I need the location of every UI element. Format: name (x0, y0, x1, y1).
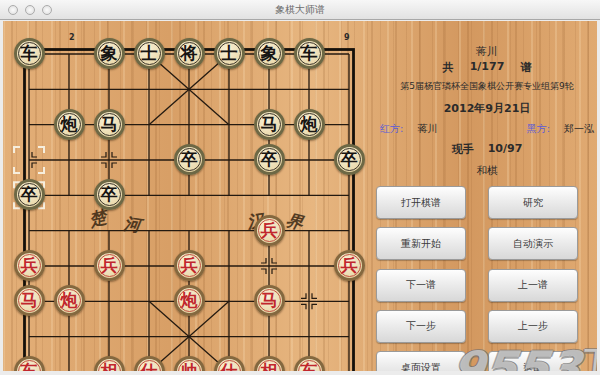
move-counter: 现手 10/97 (376, 142, 597, 157)
piece-black-cannon[interactable]: 炮 (294, 109, 325, 140)
prev-move-button[interactable]: 上一步 (488, 310, 578, 343)
red-player-label: 红方: (380, 122, 403, 136)
event-name: 第5届杨官璘杯全国象棋公开赛专业组第9轮 (376, 80, 597, 93)
piece-black-advisor[interactable]: 士 (214, 38, 245, 69)
restart-button[interactable]: 重新开始 (376, 227, 466, 260)
piece-red-chariot[interactable]: 车 (294, 356, 325, 371)
research-button[interactable]: 研究 (488, 186, 578, 219)
game-result: 和棋 (376, 164, 597, 178)
event-date: 2012年9月21日 (376, 101, 597, 116)
watermark-text: 下载 (579, 347, 597, 371)
next-move-button[interactable]: 下一步 (376, 310, 466, 343)
piece-red-advisor[interactable]: 仕 (214, 356, 245, 371)
piece-black-king[interactable]: 将 (174, 38, 205, 69)
auto-play-button[interactable]: 自动演示 (488, 227, 578, 260)
prev-game-button[interactable]: 上一谱 (488, 269, 578, 302)
next-game-button[interactable]: 下一谱 (376, 269, 466, 302)
piece-black-pawn[interactable]: 卒 (334, 144, 365, 175)
move-value: 10/97 (488, 142, 523, 157)
piece-black-horse[interactable]: 马 (94, 109, 125, 140)
title-bar: 象棋大师谱 (0, 0, 600, 20)
piece-red-horse[interactable]: 马 (14, 285, 45, 316)
piece-red-pawn[interactable]: 兵 (14, 250, 45, 281)
piece-black-elephant[interactable]: 象 (94, 38, 125, 69)
close-button[interactable] (8, 5, 18, 15)
window-title: 象棋大师谱 (0, 3, 600, 17)
minimize-button[interactable] (25, 5, 35, 15)
zoom-button[interactable] (42, 5, 52, 15)
piece-black-horse[interactable]: 马 (254, 109, 285, 140)
desktop-settings-button[interactable]: 桌面设置 (376, 351, 466, 371)
open-game-button[interactable]: 打开棋谱 (376, 186, 466, 219)
piece-red-pawn[interactable]: 兵 (334, 250, 365, 281)
piece-red-cannon[interactable]: 炮 (54, 285, 85, 316)
piece-black-pawn[interactable]: 卒 (254, 144, 285, 175)
players-row: 红方: 蒋川 黑方: 郑一泓 (376, 122, 597, 136)
count-value: 1/177 (470, 60, 505, 75)
piece-black-chariot[interactable]: 车 (14, 38, 45, 69)
move-label: 现手 (452, 142, 474, 157)
piece-red-horse[interactable]: 马 (254, 285, 285, 316)
piece-black-pawn[interactable]: 卒 (174, 144, 205, 175)
exit-button[interactable]: 退出 (488, 351, 578, 371)
piece-red-pawn[interactable]: 兵 (174, 250, 205, 281)
piece-red-elephant[interactable]: 相 (94, 356, 125, 371)
button-panel: 打开棋谱 研究 重新开始 自动演示 下一谱 上一谱 下一步 上一步 桌面设置 退… (376, 186, 578, 371)
piece-black-advisor[interactable]: 士 (134, 38, 165, 69)
piece-red-chariot[interactable]: 车 (14, 356, 45, 371)
piece-red-king[interactable]: 帅 (174, 356, 205, 371)
count-prefix: 共 (443, 60, 454, 75)
window-content: 楚河汉界 2 9 八 车象士将士象车炮马马炮卒卒卒卒卒兵兵兵兵兵马炮炮马车相仕帅… (0, 20, 600, 375)
game-title: 蒋川 (376, 44, 597, 59)
piece-red-pawn[interactable]: 兵 (254, 215, 285, 246)
piece-red-pawn[interactable]: 兵 (94, 250, 125, 281)
red-player-name: 蒋川 (417, 122, 437, 136)
piece-black-cannon[interactable]: 炮 (54, 109, 85, 140)
black-player-name: 郑一泓 (564, 122, 594, 136)
piece-black-elephant[interactable]: 象 (254, 38, 285, 69)
piece-black-pawn[interactable]: 卒 (14, 179, 45, 210)
piece-black-pawn[interactable]: 卒 (94, 179, 125, 210)
piece-red-elephant[interactable]: 相 (254, 356, 285, 371)
piece-red-cannon[interactable]: 炮 (174, 285, 205, 316)
piece-red-advisor[interactable]: 仕 (134, 356, 165, 371)
piece-layer: 车象士将士象车炮马马炮卒卒卒卒卒兵兵兵兵兵马炮炮马车相仕帅仕相车 (9, 36, 369, 371)
black-player-label: 黑方: (527, 122, 550, 136)
count-suffix: 谱 (520, 60, 531, 75)
wood-background: 楚河汉界 2 9 八 车象士将士象车炮马马炮卒卒卒卒卒兵兵兵兵兵马炮炮马车相仕帅… (3, 21, 597, 371)
piece-black-chariot[interactable]: 车 (294, 38, 325, 69)
game-counter: 共 1/177 谱 (376, 60, 597, 75)
